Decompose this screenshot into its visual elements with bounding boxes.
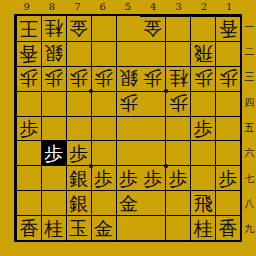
board-square-7-6[interactable]: 歩	[66, 140, 91, 165]
board-square-6-9[interactable]: 金	[91, 215, 116, 240]
board-square-6-6[interactable]	[91, 140, 116, 165]
sente-pawn-piece: 歩	[94, 169, 113, 188]
board-square-5-5[interactable]	[116, 116, 141, 141]
board-square-3-5[interactable]	[165, 116, 190, 141]
file-label-2: 2	[191, 0, 216, 13]
board-square-7-4[interactable]	[66, 91, 91, 116]
board-square-4-2[interactable]	[140, 41, 165, 66]
rank-label-8: 八	[243, 191, 256, 216]
gote-pawn-piece: 歩	[119, 94, 138, 113]
file-label-5: 5	[115, 0, 140, 13]
sente-pawn-piece: 歩	[19, 119, 38, 138]
rank-label-1: 一	[243, 14, 256, 39]
board-square-2-5[interactable]: 歩	[190, 116, 215, 141]
board-square-8-6[interactable]: 歩	[41, 140, 66, 165]
board-square-3-7[interactable]: 歩	[165, 165, 190, 190]
board-square-7-3[interactable]: 歩	[66, 66, 91, 91]
sente-pawn-piece: 歩	[194, 119, 213, 138]
gote-king-piece: 王	[19, 19, 38, 38]
board-square-6-7[interactable]: 歩	[91, 165, 116, 190]
gote-pawn-piece: 歩	[194, 69, 213, 88]
board-square-3-4[interactable]: 歩	[165, 91, 190, 116]
gote-pawn-piece: 歩	[44, 69, 63, 88]
board-square-2-2[interactable]: 飛	[190, 41, 215, 66]
sente-silver-piece: 銀	[69, 194, 88, 213]
board-square-1-9[interactable]: 香	[215, 215, 240, 240]
board-square-9-2[interactable]: 香	[16, 41, 41, 66]
gote-pawn-piece: 歩	[169, 94, 188, 113]
gote-gold-piece: 金	[143, 19, 162, 38]
board-square-1-1[interactable]: 香	[215, 16, 240, 41]
board-square-9-8[interactable]	[16, 190, 41, 215]
file-label-9: 9	[14, 0, 39, 13]
board-square-8-5[interactable]	[41, 116, 66, 141]
board-square-8-4[interactable]	[41, 91, 66, 116]
sente-silver-piece: 銀	[69, 169, 88, 188]
board-square-2-6[interactable]	[190, 140, 215, 165]
shogi-diagram: 987654321 一二三四五六七八九 王桂金金香香銀飛歩歩歩歩銀歩桂歩歩歩歩歩…	[0, 0, 256, 256]
sente-king-piece: 玉	[69, 219, 88, 238]
sente-pawn-piece: 歩	[69, 144, 88, 163]
board-square-1-3[interactable]: 歩	[215, 66, 240, 91]
sente-pawn-piece: 歩	[219, 169, 238, 188]
board-square-5-3[interactable]: 銀	[116, 66, 141, 91]
board-square-1-5[interactable]	[215, 116, 240, 141]
gote-pawn-piece: 歩	[19, 69, 38, 88]
board-square-8-9[interactable]: 桂	[41, 215, 66, 240]
board-square-2-4[interactable]	[190, 91, 215, 116]
board-square-9-6[interactable]	[16, 140, 41, 165]
board-square-3-6[interactable]	[165, 140, 190, 165]
gote-knight-piece: 桂	[169, 69, 188, 88]
sente-pawn-piece: 歩	[44, 144, 63, 163]
board-square-2-3[interactable]: 歩	[190, 66, 215, 91]
rank-label-2: 二	[243, 39, 256, 64]
board-square-5-9[interactable]	[116, 215, 141, 240]
board-square-5-6[interactable]	[116, 140, 141, 165]
rank-label-3: 三	[243, 65, 256, 90]
gote-pawn-piece: 歩	[94, 69, 113, 88]
board-square-6-5[interactable]	[91, 116, 116, 141]
board-square-8-8[interactable]	[41, 190, 66, 215]
rank-labels: 一二三四五六七八九	[243, 14, 256, 242]
board-square-1-7[interactable]: 歩	[215, 165, 240, 190]
gote-rook-piece: 飛	[194, 44, 213, 63]
board-square-4-7[interactable]: 歩	[140, 165, 165, 190]
board-square-8-2[interactable]: 銀	[41, 41, 66, 66]
rank-label-4: 四	[243, 90, 256, 115]
board-square-2-8[interactable]: 飛	[190, 190, 215, 215]
sente-pawn-piece: 歩	[119, 169, 138, 188]
board-square-9-1[interactable]: 王	[16, 16, 41, 41]
file-label-6: 6	[90, 0, 115, 13]
board-square-7-7[interactable]: 銀	[66, 165, 91, 190]
hoshi-dot	[89, 89, 93, 93]
board-square-4-4[interactable]	[140, 91, 165, 116]
board-square-3-9[interactable]	[165, 215, 190, 240]
rank-label-9: 九	[243, 217, 256, 242]
board-square-5-4[interactable]: 歩	[116, 91, 141, 116]
file-label-3: 3	[166, 0, 191, 13]
board-square-7-8[interactable]: 銀	[66, 190, 91, 215]
board-square-6-4[interactable]	[91, 91, 116, 116]
board-square-2-1[interactable]	[190, 16, 215, 41]
board-square-1-4[interactable]	[215, 91, 240, 116]
board-square-9-9[interactable]: 香	[16, 215, 41, 240]
board-square-3-3[interactable]: 桂	[165, 66, 190, 91]
gote-pawn-piece: 歩	[69, 69, 88, 88]
file-label-1: 1	[217, 0, 242, 13]
gote-knight-piece: 桂	[44, 19, 63, 38]
board-square-6-3[interactable]: 歩	[91, 66, 116, 91]
gote-pawn-piece: 歩	[143, 69, 162, 88]
board-square-3-1[interactable]	[165, 16, 190, 41]
board-square-3-2[interactable]	[165, 41, 190, 66]
gote-gold-piece: 金	[69, 19, 88, 38]
board-square-8-3[interactable]: 歩	[41, 66, 66, 91]
file-label-7: 7	[65, 0, 90, 13]
board-square-4-1[interactable]: 金	[140, 16, 165, 41]
board-square-9-5[interactable]: 歩	[16, 116, 41, 141]
board-square-7-1[interactable]: 金	[66, 16, 91, 41]
gote-silver-piece: 銀	[119, 69, 138, 88]
board-square-1-8[interactable]	[215, 190, 240, 215]
board-square-8-1[interactable]: 桂	[41, 16, 66, 41]
board-square-7-9[interactable]: 玉	[66, 215, 91, 240]
board-square-6-2[interactable]	[91, 41, 116, 66]
gote-lance-piece: 香	[219, 19, 238, 38]
rank-label-5: 五	[243, 115, 256, 140]
board-square-4-5[interactable]	[140, 116, 165, 141]
board-square-2-9[interactable]: 桂	[190, 215, 215, 240]
hoshi-dot	[89, 164, 93, 168]
board-square-6-8[interactable]	[91, 190, 116, 215]
rank-label-6: 六	[243, 141, 256, 166]
file-label-8: 8	[39, 0, 64, 13]
sente-rook-piece: 飛	[194, 194, 213, 213]
board-square-6-1[interactable]	[91, 16, 116, 41]
sente-pawn-piece: 歩	[143, 169, 162, 188]
board-square-9-7[interactable]	[16, 165, 41, 190]
sente-knight-piece: 桂	[194, 219, 213, 238]
board-square-3-8[interactable]	[165, 190, 190, 215]
shogi-board: 王桂金金香香銀飛歩歩歩歩銀歩桂歩歩歩歩歩歩歩歩銀歩歩歩歩歩銀金飛香桂玉金桂香	[14, 14, 242, 242]
sente-knight-piece: 桂	[44, 219, 63, 238]
hoshi-dot	[164, 164, 168, 168]
board-square-7-2[interactable]	[66, 41, 91, 66]
gote-silver-piece: 銀	[44, 44, 63, 63]
board-square-2-7[interactable]	[190, 165, 215, 190]
file-labels: 987654321	[14, 0, 242, 13]
hoshi-dot	[164, 89, 168, 93]
gote-pawn-piece: 歩	[219, 69, 238, 88]
sente-lance-piece: 香	[19, 219, 38, 238]
board-square-5-2[interactable]	[116, 41, 141, 66]
board-square-5-7[interactable]: 歩	[116, 165, 141, 190]
board-square-8-7[interactable]	[41, 165, 66, 190]
board-square-5-8[interactable]: 金	[116, 190, 141, 215]
board-square-1-6[interactable]	[215, 140, 240, 165]
board-square-4-8[interactable]	[140, 190, 165, 215]
sente-gold-piece: 金	[119, 194, 138, 213]
sente-gold-piece: 金	[94, 219, 113, 238]
board-square-4-9[interactable]	[140, 215, 165, 240]
board-square-7-5[interactable]	[66, 116, 91, 141]
sente-lance-piece: 香	[219, 219, 238, 238]
board-square-1-2[interactable]	[215, 41, 240, 66]
gote-lance-piece: 香	[19, 44, 38, 63]
file-label-4: 4	[141, 0, 166, 13]
board-square-4-3[interactable]: 歩	[140, 66, 165, 91]
board-square-4-6[interactable]	[140, 140, 165, 165]
board-square-9-4[interactable]	[16, 91, 41, 116]
board-square-9-3[interactable]: 歩	[16, 66, 41, 91]
sente-pawn-piece: 歩	[169, 169, 188, 188]
rank-label-7: 七	[243, 166, 256, 191]
board-square-5-1[interactable]	[116, 16, 141, 41]
